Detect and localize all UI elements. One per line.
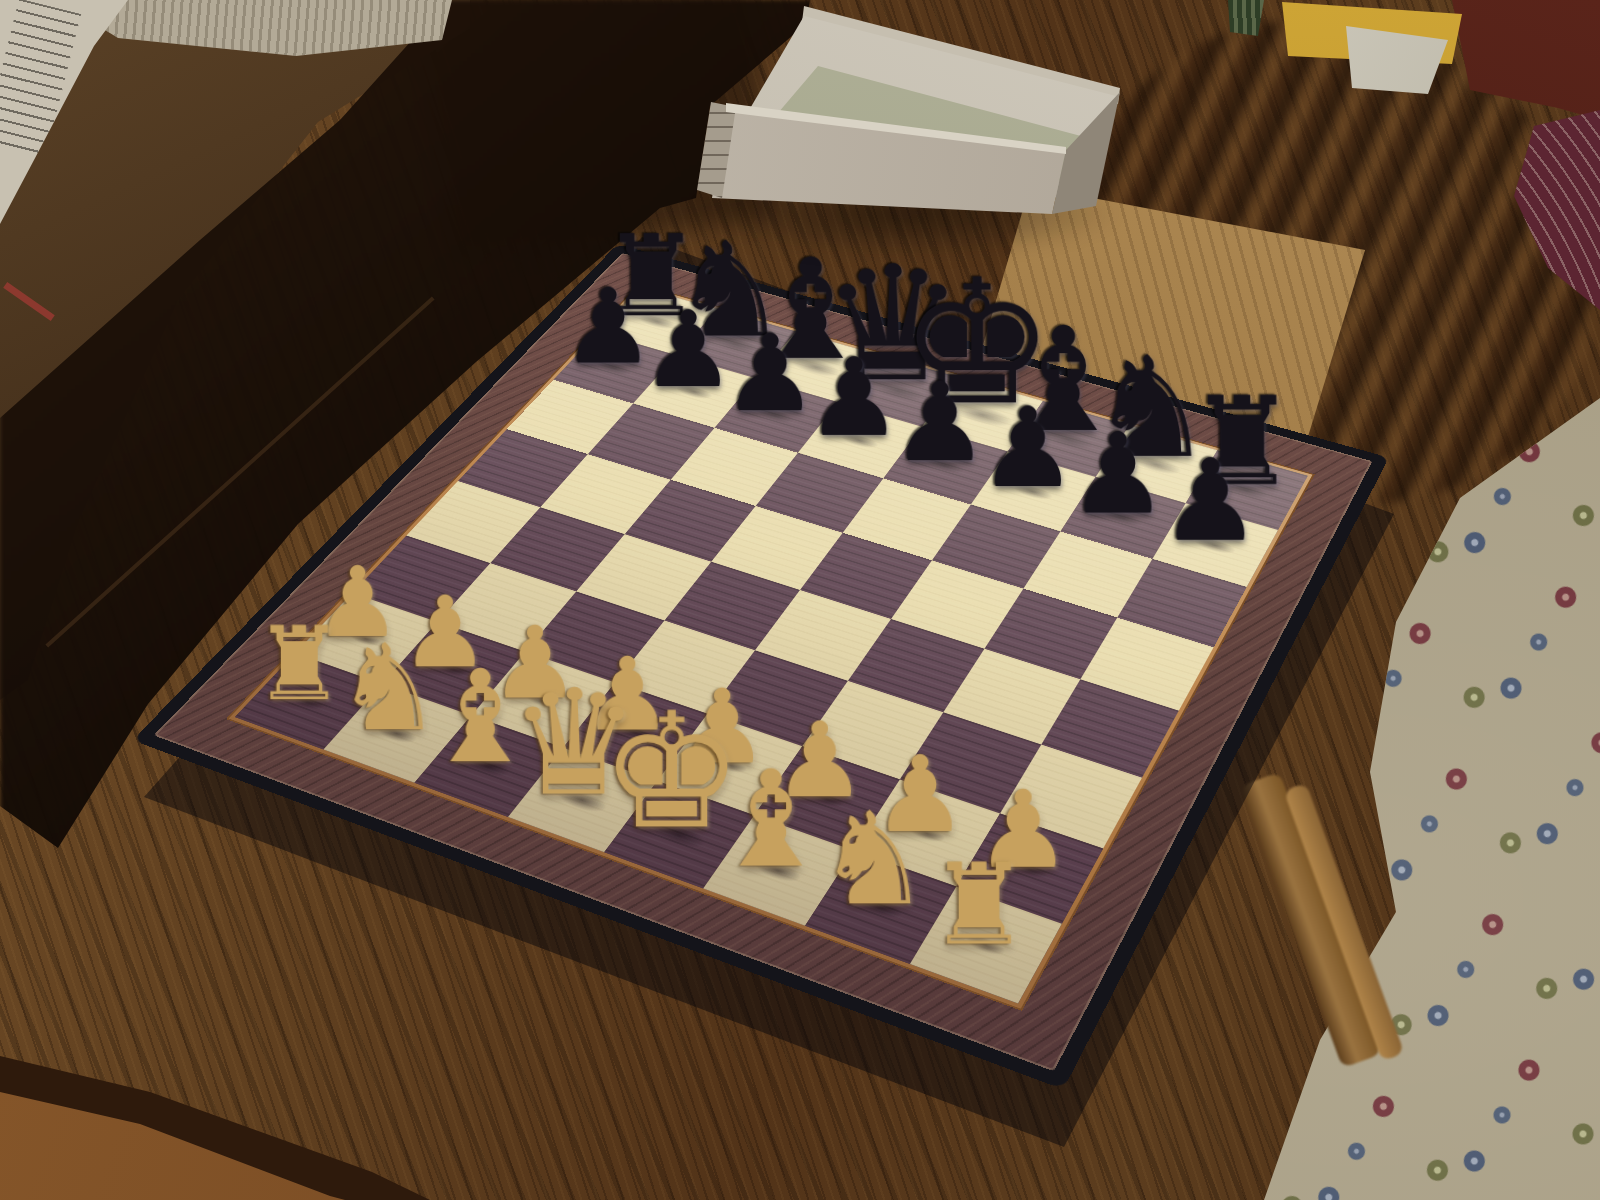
black-pawn-e7[interactable]: ♟	[891, 373, 989, 473]
black-pawn-h7[interactable]: ♟	[1160, 449, 1261, 553]
board-border-band: ♜♞♝♛♚♝♞♜♟♟♟♟♟♟♟♟♟♟♟♟♟♟♟♟♜♞♝♛♚♝♞♜	[154, 253, 1373, 1071]
black-pawn-b7[interactable]: ♟	[641, 302, 735, 399]
white-rook-a1[interactable]: ♜	[254, 617, 346, 711]
black-pawn-g7[interactable]: ♟	[1068, 423, 1168, 526]
chess-board[interactable]: ♜♞♝♛♚♝♞♜♟♟♟♟♟♟♟♟♟♟♟♟♟♟♟♟♜♞♝♛♚♝♞♜	[132, 244, 1389, 1089]
board-squares: ♜♞♝♛♚♝♞♜♟♟♟♟♟♟♟♟♟♟♟♟♟♟♟♟♜♞♝♛♚♝♞♜	[229, 285, 1313, 1008]
photo-scene: ♜♞♝♛♚♝♞♜♟♟♟♟♟♟♟♟♟♟♟♟♟♟♟♟♜♞♝♛♚♝♞♜	[0, 0, 1600, 1200]
black-pawn-f7[interactable]: ♟	[978, 398, 1077, 500]
white-bishop-f1[interactable]: ♝	[711, 759, 830, 882]
white-knight-g1[interactable]: ♞	[816, 800, 931, 918]
square-e6[interactable]	[843, 478, 971, 560]
black-pawn-d7[interactable]: ♟	[806, 349, 903, 448]
black-pawn-c7[interactable]: ♟	[722, 325, 817, 423]
white-rook-h1[interactable]: ♜	[929, 853, 1030, 957]
box-cast-shadow	[690, 168, 1120, 258]
